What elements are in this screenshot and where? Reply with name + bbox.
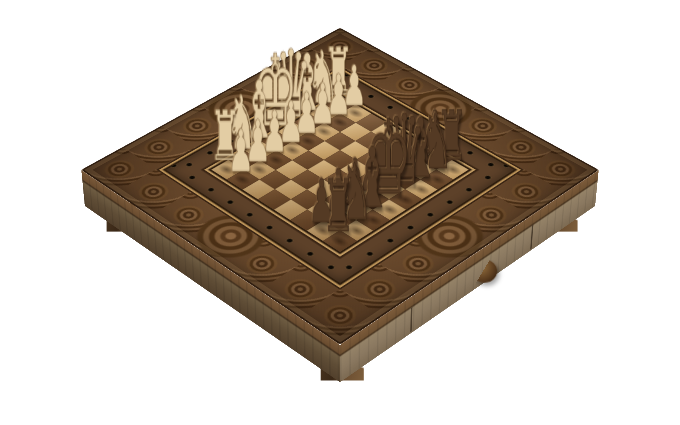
product-photo: ♜♟♟♜♞♟♟♞♝♟♟♝♛♟♟♛♚♟♟♚♝♟♟♝♞♟♟♞♜♟♟♜ xyxy=(0,0,680,425)
table-top: ♜♟♟♜♞♟♟♞♝♟♟♝♛♟♟♛♚♟♟♚♝♟♟♝♞♟♟♞♜♟♟♜ xyxy=(81,28,599,345)
white-pawn-icon: ♟ xyxy=(198,121,285,179)
carved-chess-table: ♜♟♟♜♞♟♟♞♝♟♟♝♛♟♟♛♚♟♟♚♝♟♟♝♞♟♟♞♜♟♟♜ xyxy=(81,28,599,345)
drawer-seam xyxy=(530,225,533,250)
photo-scene: ♜♟♟♜♞♟♟♞♝♟♟♝♛♟♟♛♚♟♟♚♝♟♟♝♞♟♟♞♜♟♟♜ xyxy=(0,0,680,425)
black-rook-icon: ♜ xyxy=(293,169,384,242)
drawer-seam xyxy=(410,307,412,332)
